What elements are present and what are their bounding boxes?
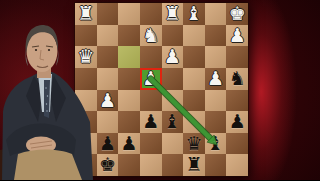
square-e8[interactable]: ♜ (162, 3, 184, 25)
square-g5[interactable]: ♟ (205, 68, 227, 90)
white-rook-e8[interactable]: ♜ (162, 3, 184, 25)
neck (37, 62, 51, 78)
white-rook-a8[interactable]: ♜ (75, 3, 97, 25)
square-e2[interactable] (162, 133, 184, 155)
black-bishop-e3[interactable]: ♝ (162, 111, 184, 133)
square-c6[interactable] (118, 46, 140, 68)
white-king-h8[interactable]: ♚ (226, 3, 248, 25)
square-b1[interactable]: ♚ (97, 154, 119, 176)
square-e3[interactable]: ♝ (162, 111, 184, 133)
square-c3[interactable] (118, 111, 140, 133)
square-h5[interactable]: ♞ (226, 68, 248, 90)
white-knight-d7[interactable]: ♞ (140, 25, 162, 47)
black-pawn-d3[interactable]: ♟ (140, 111, 162, 133)
square-h6[interactable] (226, 46, 248, 68)
chess-board: ♜♜♝♚♞♟♛♟♟♟♞♟♟♝♟♟♟♛♝♚♜ (75, 3, 248, 176)
square-g1[interactable] (205, 154, 227, 176)
square-e6[interactable]: ♟ (162, 46, 184, 68)
square-b2[interactable]: ♟ (97, 133, 119, 155)
square-e4[interactable] (162, 90, 184, 112)
white-queen-a6[interactable]: ♛ (75, 46, 97, 68)
square-a3[interactable] (75, 111, 97, 133)
square-b6[interactable] (97, 46, 119, 68)
square-g6[interactable] (205, 46, 227, 68)
square-g7[interactable] (205, 25, 227, 47)
black-rook-f1[interactable]: ♜ (183, 154, 205, 176)
square-h4[interactable] (226, 90, 248, 112)
hands (26, 137, 56, 154)
square-c1[interactable] (118, 154, 140, 176)
black-queen-f2[interactable]: ♛ (183, 133, 205, 155)
square-c4[interactable] (118, 90, 140, 112)
square-d6[interactable] (140, 46, 162, 68)
thumbnail-stage: ♜♜♝♚♞♟♛♟♟♟♞♟♟♝♟♟♟♛♝♚♜ (0, 0, 320, 180)
square-d8[interactable] (140, 3, 162, 25)
square-h8[interactable]: ♚ (226, 3, 248, 25)
square-f5[interactable] (183, 68, 205, 90)
square-e1[interactable] (162, 154, 184, 176)
square-d2[interactable] (140, 133, 162, 155)
square-a8[interactable]: ♜ (75, 3, 97, 25)
square-f1[interactable]: ♜ (183, 154, 205, 176)
shirt (38, 74, 52, 112)
square-f4[interactable] (183, 90, 205, 112)
square-c7[interactable] (118, 25, 140, 47)
square-c8[interactable] (118, 3, 140, 25)
square-c2[interactable]: ♟ (118, 133, 140, 155)
square-a2[interactable] (75, 133, 97, 155)
square-b7[interactable] (97, 25, 119, 47)
black-king-b1[interactable]: ♚ (97, 154, 119, 176)
square-b3[interactable] (97, 111, 119, 133)
square-f8[interactable]: ♝ (183, 3, 205, 25)
square-f7[interactable] (183, 25, 205, 47)
hair (26, 25, 58, 54)
suit-lapel (26, 76, 43, 122)
square-c5[interactable] (118, 68, 140, 90)
square-b4[interactable]: ♟ (97, 90, 119, 112)
white-pawn-e6[interactable]: ♟ (162, 46, 184, 68)
square-g3[interactable] (205, 111, 227, 133)
square-f3[interactable] (183, 111, 205, 133)
black-knight-h5[interactable]: ♞ (226, 68, 248, 90)
square-h7[interactable]: ♟ (226, 25, 248, 47)
square-d1[interactable] (140, 154, 162, 176)
square-d4[interactable] (140, 90, 162, 112)
white-pawn-b4[interactable]: ♟ (97, 90, 119, 112)
square-g8[interactable] (205, 3, 227, 25)
trousers (14, 150, 82, 181)
square-e7[interactable] (162, 25, 184, 47)
black-bishop-g2[interactable]: ♝ (205, 133, 227, 155)
square-d3[interactable]: ♟ (140, 111, 162, 133)
square-a4[interactable] (75, 90, 97, 112)
square-g2[interactable]: ♝ (205, 133, 227, 155)
square-f6[interactable] (183, 46, 205, 68)
white-pawn-d5[interactable]: ♟ (140, 68, 162, 90)
tie (44, 80, 50, 118)
white-pawn-h7[interactable]: ♟ (226, 25, 248, 47)
square-h2[interactable] (226, 133, 248, 155)
square-d7[interactable]: ♞ (140, 25, 162, 47)
square-f2[interactable]: ♛ (183, 133, 205, 155)
square-h3[interactable]: ♟ (226, 111, 248, 133)
suit-lapel2 (49, 76, 66, 122)
square-h1[interactable] (226, 154, 248, 176)
white-bishop-f8[interactable]: ♝ (183, 3, 205, 25)
square-e5[interactable] (162, 68, 184, 90)
black-pawn-h3[interactable]: ♟ (226, 111, 248, 133)
square-d5[interactable]: ♟ (140, 68, 162, 90)
square-b8[interactable] (97, 3, 119, 25)
black-pawn-b2[interactable]: ♟ (97, 133, 119, 155)
chair-arm (0, 146, 26, 180)
square-g4[interactable] (205, 90, 227, 112)
face (27, 30, 58, 72)
square-a5[interactable] (75, 68, 97, 90)
square-a6[interactable]: ♛ (75, 46, 97, 68)
arms (6, 124, 76, 156)
black-pawn-c2[interactable]: ♟ (118, 133, 140, 155)
square-a7[interactable] (75, 25, 97, 47)
square-b5[interactable] (97, 68, 119, 90)
square-a1[interactable] (75, 154, 97, 176)
white-pawn-g5[interactable]: ♟ (205, 68, 227, 90)
